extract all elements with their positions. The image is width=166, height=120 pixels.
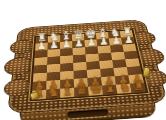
square-h4 [124, 51, 138, 59]
square-c8: ♝ [60, 88, 74, 98]
piece-black-pawn: ♟ [117, 73, 128, 85]
piece-white-rook: ♜ [36, 32, 46, 43]
piece-white-queen: ♛ [72, 28, 84, 41]
chess-set: ♜♞♝♛♚♝♞♜♟♟♟♟♟♟♟♟♟♟♟♟♟♟♟♟♜♞♝♛♚♝♞♜ [2, 0, 163, 120]
square-d4 [73, 54, 86, 62]
square-a4 [34, 57, 47, 66]
square-e4 [86, 54, 100, 62]
piece-white-knight: ♞ [109, 27, 120, 39]
square-f7: ♟ [101, 76, 116, 86]
piece-black-pawn: ♟ [47, 78, 58, 90]
piece-white-rook: ♜ [122, 26, 132, 37]
carved-edge-scallop [3, 56, 35, 76]
square-d8: ♛ [74, 87, 89, 97]
piece-white-bishop: ♝ [60, 29, 71, 41]
square-b8: ♞ [46, 89, 60, 99]
square-e7: ♟ [87, 77, 102, 87]
carved-edge-scallop [3, 78, 33, 97]
square-b4 [47, 56, 60, 64]
square-h8: ♜ [130, 83, 146, 93]
square-e8: ♚ [88, 86, 103, 96]
piece-white-king: ♚ [84, 26, 97, 40]
piece-white-knight: ♞ [48, 31, 59, 43]
chess-board: ♜♞♝♛♚♝♞♜♟♟♟♟♟♟♟♟♟♟♟♟♟♟♟♟♜♞♝♛♚♝♞♜ [29, 29, 148, 101]
square-b3 [47, 49, 60, 57]
piece-black-pawn: ♟ [33, 79, 44, 91]
photo-perspective-scene: ♜♞♝♛♚♝♞♜♟♟♟♟♟♟♟♟♟♟♟♟♟♟♟♟♜♞♝♛♚♝♞♜ [2, 0, 163, 120]
front-apron [20, 102, 157, 120]
square-c4 [60, 55, 73, 63]
square-d5 [73, 62, 87, 71]
square-g4 [111, 52, 125, 60]
square-f8: ♝ [102, 85, 117, 95]
carrying-handle-cutout [67, 109, 108, 119]
product-photo-background: { "game": "chess", "scene": "Carved waln… [0, 0, 166, 120]
piece-white-bishop: ♝ [97, 27, 108, 39]
carved-edge-scallop [9, 39, 35, 55]
chess-board-case: ♜♞♝♛♚♝♞♜♟♟♟♟♟♟♟♟♟♟♟♟♟♟♟♟♜♞♝♛♚♝♞♜ [7, 19, 166, 114]
square-b5 [47, 64, 60, 73]
brass-latch-right [142, 67, 150, 78]
